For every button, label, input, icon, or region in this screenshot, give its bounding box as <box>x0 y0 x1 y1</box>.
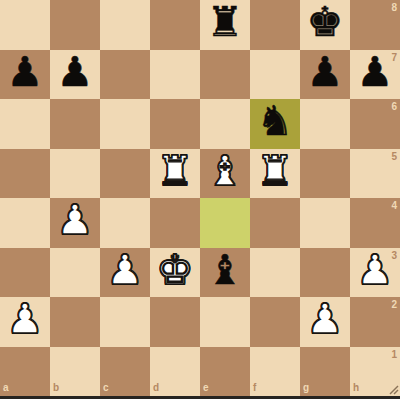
white-rook-d5[interactable]: ♜ <box>157 151 194 192</box>
square-e5[interactable]: ♝ <box>200 149 250 199</box>
square-d2[interactable] <box>150 297 200 347</box>
square-d3[interactable]: ♚ <box>150 248 200 298</box>
square-h2[interactable]: 2 <box>350 297 400 347</box>
square-c8[interactable] <box>100 0 150 50</box>
file-label-g: g <box>303 383 309 393</box>
square-a4[interactable] <box>0 198 50 248</box>
square-c1[interactable]: c <box>100 347 150 397</box>
rank-label-1: 1 <box>391 350 397 360</box>
square-d4[interactable] <box>150 198 200 248</box>
square-g5[interactable] <box>300 149 350 199</box>
square-b4[interactable]: ♟ <box>50 198 100 248</box>
file-label-f: f <box>253 383 256 393</box>
black-knight-f6[interactable]: ♞ <box>257 101 294 142</box>
square-h8[interactable]: 8 <box>350 0 400 50</box>
white-bishop-e5[interactable]: ♝ <box>207 151 244 192</box>
square-b5[interactable] <box>50 149 100 199</box>
square-a5[interactable] <box>0 149 50 199</box>
square-g4[interactable] <box>300 198 350 248</box>
rank-label-4: 4 <box>391 201 397 211</box>
chess-board-container: ♜♚8♟♟♟♟7♞6♜♝♜5♟4♟♚♝♟3♟♟2abcdefg1h <box>0 0 400 396</box>
square-f8[interactable] <box>250 0 300 50</box>
square-h3[interactable]: ♟3 <box>350 248 400 298</box>
square-b6[interactable] <box>50 99 100 149</box>
square-f4[interactable] <box>250 198 300 248</box>
square-c4[interactable] <box>100 198 150 248</box>
black-bishop-e3[interactable]: ♝ <box>207 250 244 291</box>
square-f5[interactable]: ♜ <box>250 149 300 199</box>
black-pawn-h7[interactable]: ♟ <box>357 52 394 93</box>
black-pawn-a7[interactable]: ♟ <box>7 52 44 93</box>
file-label-b: b <box>53 383 59 393</box>
square-a2[interactable]: ♟ <box>0 297 50 347</box>
file-label-c: c <box>103 383 109 393</box>
square-d1[interactable]: d <box>150 347 200 397</box>
square-b8[interactable] <box>50 0 100 50</box>
white-pawn-c3[interactable]: ♟ <box>107 250 144 291</box>
square-c3[interactable]: ♟ <box>100 248 150 298</box>
square-e2[interactable] <box>200 297 250 347</box>
white-rook-f5[interactable]: ♜ <box>257 151 294 192</box>
square-g6[interactable] <box>300 99 350 149</box>
square-c5[interactable] <box>100 149 150 199</box>
square-b2[interactable] <box>50 297 100 347</box>
square-f3[interactable] <box>250 248 300 298</box>
rank-label-6: 6 <box>391 102 397 112</box>
square-h7[interactable]: ♟7 <box>350 50 400 100</box>
square-a6[interactable] <box>0 99 50 149</box>
file-label-h: h <box>353 383 359 393</box>
file-label-a: a <box>3 383 9 393</box>
square-h6[interactable]: 6 <box>350 99 400 149</box>
white-pawn-b4[interactable]: ♟ <box>57 200 94 241</box>
square-a1[interactable]: a <box>0 347 50 397</box>
black-rook-e8[interactable]: ♜ <box>207 2 244 43</box>
square-e4[interactable] <box>200 198 250 248</box>
square-c7[interactable] <box>100 50 150 100</box>
rank-label-8: 8 <box>391 3 397 13</box>
white-pawn-h3[interactable]: ♟ <box>357 250 394 291</box>
black-king-g8[interactable]: ♚ <box>307 2 344 43</box>
square-f6[interactable]: ♞ <box>250 99 300 149</box>
chess-board: ♜♚8♟♟♟♟7♞6♜♝♜5♟4♟♚♝♟3♟♟2abcdefg1h <box>0 0 400 396</box>
white-pawn-g2[interactable]: ♟ <box>307 299 344 340</box>
square-f1[interactable]: f <box>250 347 300 397</box>
square-c2[interactable] <box>100 297 150 347</box>
black-pawn-b7[interactable]: ♟ <box>57 52 94 93</box>
square-d5[interactable]: ♜ <box>150 149 200 199</box>
square-d6[interactable] <box>150 99 200 149</box>
square-h5[interactable]: 5 <box>350 149 400 199</box>
square-a8[interactable] <box>0 0 50 50</box>
rank-label-7: 7 <box>391 53 397 63</box>
square-g2[interactable]: ♟ <box>300 297 350 347</box>
square-f7[interactable] <box>250 50 300 100</box>
square-g7[interactable]: ♟ <box>300 50 350 100</box>
black-pawn-g7[interactable]: ♟ <box>307 52 344 93</box>
board-resize-handle-icon[interactable] <box>387 383 399 395</box>
square-g3[interactable] <box>300 248 350 298</box>
square-f2[interactable] <box>250 297 300 347</box>
square-d8[interactable] <box>150 0 200 50</box>
rank-label-3: 3 <box>391 251 397 261</box>
square-a7[interactable]: ♟ <box>0 50 50 100</box>
square-b7[interactable]: ♟ <box>50 50 100 100</box>
square-a3[interactable] <box>0 248 50 298</box>
square-g8[interactable]: ♚ <box>300 0 350 50</box>
square-e1[interactable]: e <box>200 347 250 397</box>
file-label-e: e <box>203 383 209 393</box>
square-b3[interactable] <box>50 248 100 298</box>
square-e8[interactable]: ♜ <box>200 0 250 50</box>
white-king-d3[interactable]: ♚ <box>157 250 194 291</box>
square-e7[interactable] <box>200 50 250 100</box>
square-d7[interactable] <box>150 50 200 100</box>
file-label-d: d <box>153 383 159 393</box>
rank-label-5: 5 <box>391 152 397 162</box>
square-g1[interactable]: g <box>300 347 350 397</box>
white-pawn-a2[interactable]: ♟ <box>7 299 44 340</box>
square-h4[interactable]: 4 <box>350 198 400 248</box>
square-e6[interactable] <box>200 99 250 149</box>
square-b1[interactable]: b <box>50 347 100 397</box>
square-c6[interactable] <box>100 99 150 149</box>
square-e3[interactable]: ♝ <box>200 248 250 298</box>
rank-label-2: 2 <box>391 300 397 310</box>
